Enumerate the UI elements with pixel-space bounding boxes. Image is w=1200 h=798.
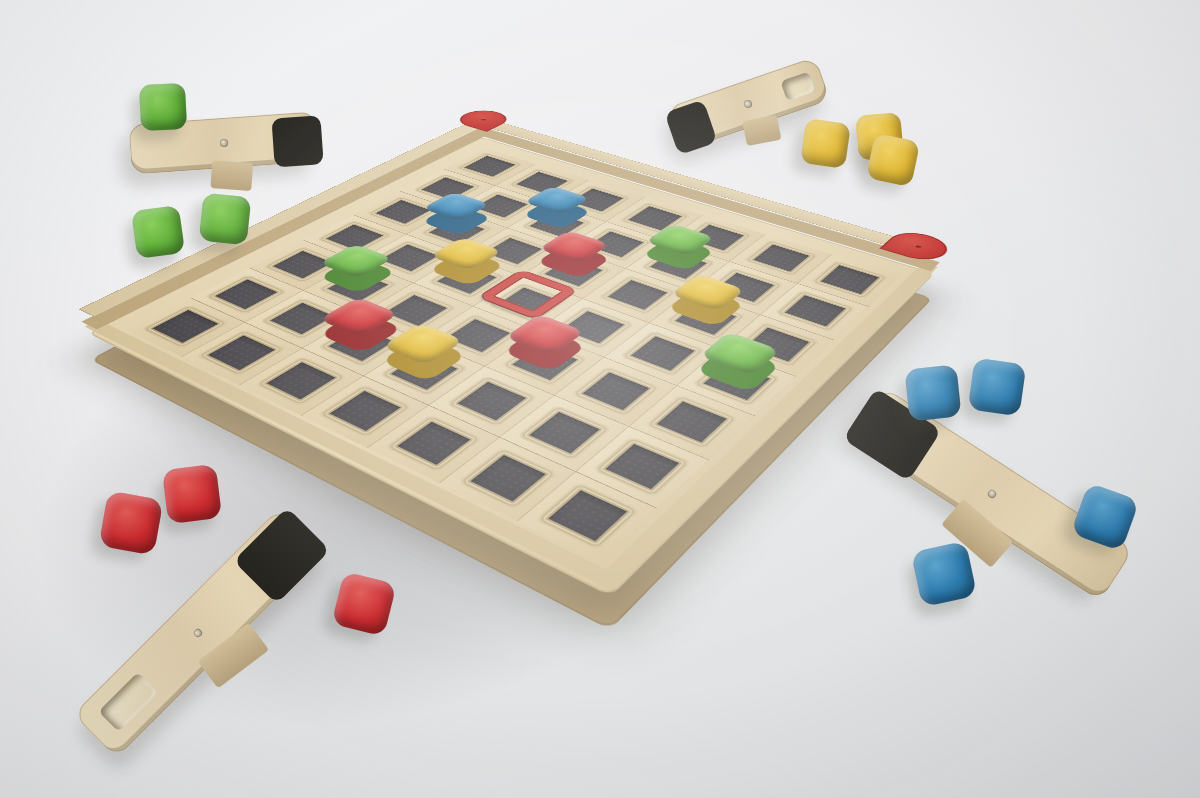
red-die-on-board[interactable] [319, 297, 400, 337]
pivot-wedge [210, 160, 253, 190]
blue-die-loose[interactable] [911, 541, 977, 607]
green-die-loose[interactable] [199, 193, 252, 246]
bracket-screw [479, 118, 487, 121]
bracket-screw [913, 244, 922, 248]
green-die-on-paddle-top-left[interactable] [139, 83, 187, 131]
paddle-cutout-hole [99, 672, 158, 731]
yellow-die-loose[interactable] [866, 133, 921, 188]
pivot-screw [986, 488, 997, 499]
tabletop-scene [0, 0, 1200, 798]
pivot-wedge [743, 115, 782, 146]
pivot-screw [192, 627, 203, 638]
felt-pocket [535, 482, 641, 550]
yellow-die-loose[interactable] [800, 118, 851, 169]
red-die-loose[interactable] [99, 491, 164, 556]
pivot-screw [220, 139, 229, 148]
felt-pad [271, 115, 323, 167]
felt-pad [664, 99, 718, 155]
paddle-cutout-hole [780, 71, 815, 101]
green-die-loose[interactable] [131, 205, 185, 259]
felt-pocket [204, 274, 289, 315]
pivot-screw [743, 99, 753, 109]
blue-die-loose[interactable] [904, 364, 961, 421]
blue-die-loose[interactable] [968, 358, 1027, 417]
red-die-loose[interactable] [162, 464, 222, 524]
